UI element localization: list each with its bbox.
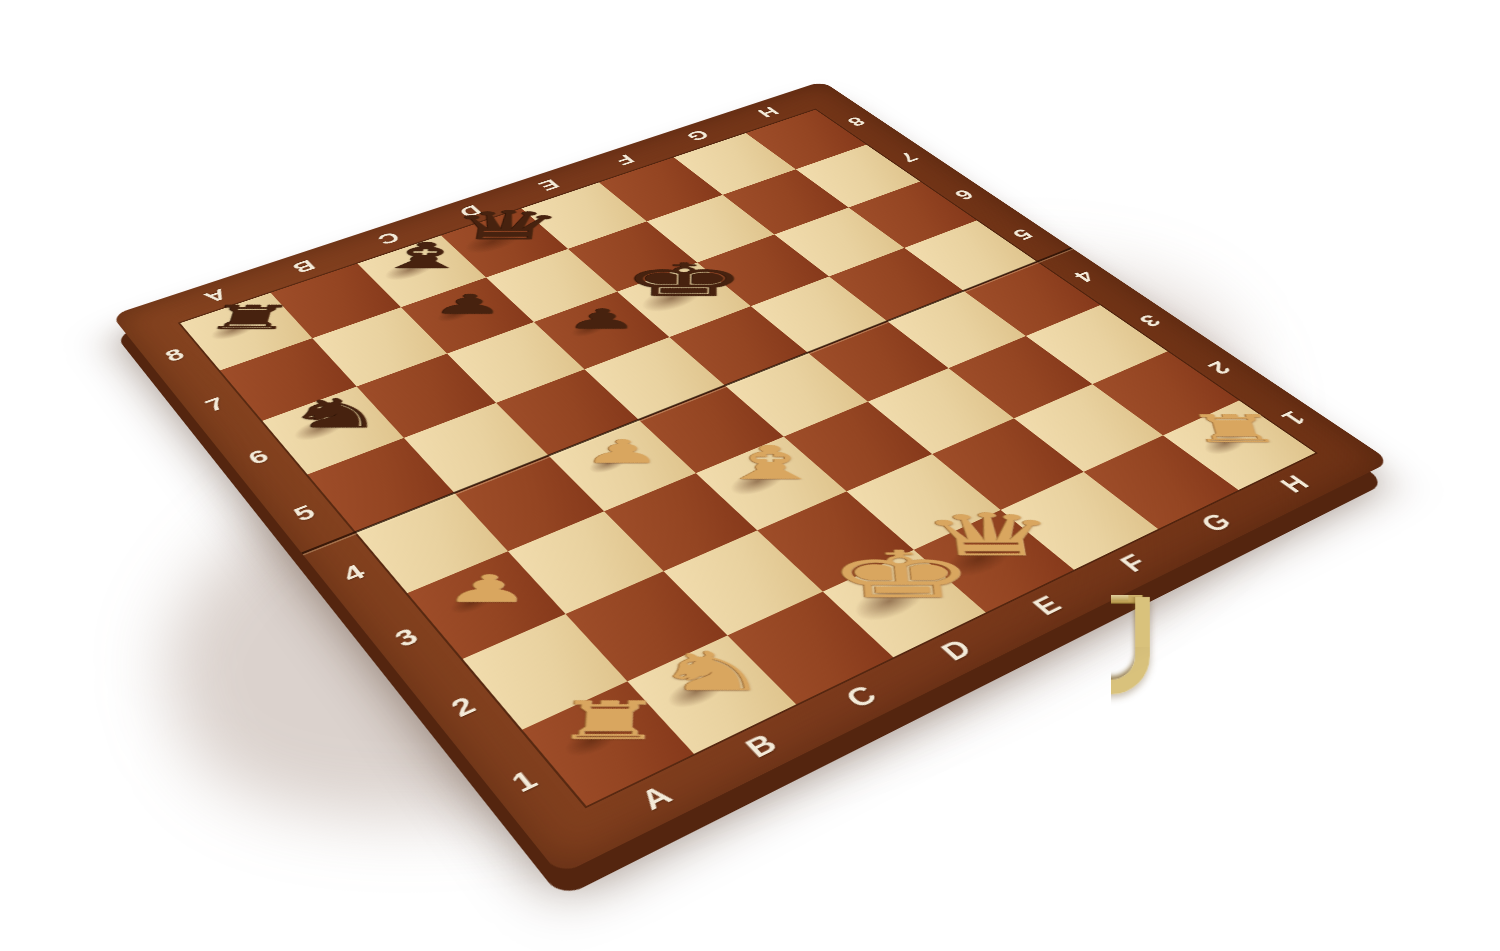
dark-pawn-icon: ♟ [430, 292, 507, 317]
dark-rook-icon: ♜ [200, 302, 299, 333]
dark-king-icon: ♚ [620, 258, 747, 301]
dark-bishop-icon: ♝ [370, 239, 477, 273]
dark-pawn-icon: ♟ [564, 306, 640, 332]
